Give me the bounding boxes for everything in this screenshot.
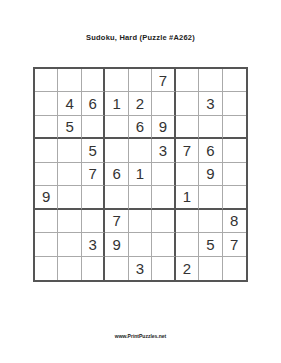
cell-r2c7	[176, 92, 199, 115]
cell-r1c8	[199, 69, 222, 92]
cell-r8c2	[58, 233, 81, 256]
cell-r6c7: 1	[176, 186, 199, 209]
cell-r7c6	[152, 210, 175, 233]
cell-r8c3: 3	[82, 233, 105, 256]
cell-r7c5	[129, 210, 152, 233]
cell-r2c4: 1	[105, 92, 128, 115]
cell-r4c2	[58, 139, 81, 162]
cell-r7c7	[176, 210, 199, 233]
cell-r7c4: 7	[105, 210, 128, 233]
cell-r1c9	[223, 69, 246, 92]
cell-r1c7	[176, 69, 199, 92]
cell-r6c2	[58, 186, 81, 209]
cell-r4c1	[35, 139, 58, 162]
cell-r8c1	[35, 233, 58, 256]
cell-r3c6: 9	[152, 116, 175, 139]
cell-r2c8: 3	[199, 92, 222, 115]
cell-r9c1	[35, 257, 58, 280]
puzzle-title: Sudoku, Hard (Puzzle #A262)	[0, 33, 281, 42]
cell-r3c2: 5	[58, 116, 81, 139]
cell-r6c8	[199, 186, 222, 209]
cell-r4c4	[105, 139, 128, 162]
cell-r4c8: 6	[199, 139, 222, 162]
cell-r9c8	[199, 257, 222, 280]
cell-r4c5	[129, 139, 152, 162]
cell-r7c1	[35, 210, 58, 233]
cell-r8c4: 9	[105, 233, 128, 256]
cell-r5c8: 9	[199, 163, 222, 186]
cell-r3c8	[199, 116, 222, 139]
cell-r9c7: 2	[176, 257, 199, 280]
cell-r8c7	[176, 233, 199, 256]
cell-r2c5: 2	[129, 92, 152, 115]
cell-r5c4: 6	[105, 163, 128, 186]
cell-r8c9: 7	[223, 233, 246, 256]
cell-r7c2	[58, 210, 81, 233]
cell-r9c9	[223, 257, 246, 280]
cell-r2c1	[35, 92, 58, 115]
cell-r3c1	[35, 116, 58, 139]
cell-r8c6	[152, 233, 175, 256]
cell-r1c3	[82, 69, 105, 92]
cell-r9c4	[105, 257, 128, 280]
cell-r4c3: 5	[82, 139, 105, 162]
cell-r1c1	[35, 69, 58, 92]
cell-r3c3	[82, 116, 105, 139]
cell-r2c9	[223, 92, 246, 115]
cell-r8c5	[129, 233, 152, 256]
cell-r9c6	[152, 257, 175, 280]
cell-r9c3	[82, 257, 105, 280]
cell-r9c5: 3	[129, 257, 152, 280]
cell-r8c8: 5	[199, 233, 222, 256]
cell-r3c7	[176, 116, 199, 139]
cell-r5c7	[176, 163, 199, 186]
cell-r6c1: 9	[35, 186, 58, 209]
cell-r9c2	[58, 257, 81, 280]
cell-r3c4	[105, 116, 128, 139]
footer-url: www.PrintPuzzles.net	[0, 333, 281, 339]
cell-r7c3	[82, 210, 105, 233]
cell-r6c4	[105, 186, 128, 209]
cell-r6c3	[82, 186, 105, 209]
cell-r1c4	[105, 69, 128, 92]
sudoku-grid: 746123569537676199178395732	[33, 67, 248, 282]
page: Sudoku, Hard (Puzzle #A262) 746123569537…	[0, 0, 281, 363]
cell-r6c9	[223, 186, 246, 209]
cell-r6c6	[152, 186, 175, 209]
cell-r5c6	[152, 163, 175, 186]
cell-r1c5	[129, 69, 152, 92]
cell-r4c7: 7	[176, 139, 199, 162]
cell-r1c2	[58, 69, 81, 92]
cell-r2c6	[152, 92, 175, 115]
cell-r5c2	[58, 163, 81, 186]
cell-r5c3: 7	[82, 163, 105, 186]
cell-r2c3: 6	[82, 92, 105, 115]
cell-r5c1	[35, 163, 58, 186]
cell-r1c6: 7	[152, 69, 175, 92]
cell-r7c8	[199, 210, 222, 233]
cell-r4c6: 3	[152, 139, 175, 162]
cell-r3c5: 6	[129, 116, 152, 139]
cell-r7c9: 8	[223, 210, 246, 233]
cell-r2c2: 4	[58, 92, 81, 115]
cell-r6c5	[129, 186, 152, 209]
cell-r4c9	[223, 139, 246, 162]
cell-r5c5: 1	[129, 163, 152, 186]
cell-r3c9	[223, 116, 246, 139]
cell-r5c9	[223, 163, 246, 186]
